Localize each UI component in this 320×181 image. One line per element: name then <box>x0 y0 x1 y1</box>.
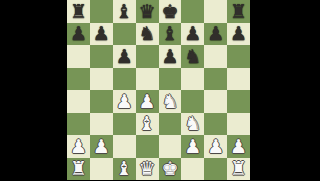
piece-white-bishop[interactable]: ♝ <box>139 114 156 133</box>
piece-white-pawn[interactable]: ♟ <box>207 136 224 155</box>
square-f8[interactable] <box>181 0 204 23</box>
square-h7[interactable]: ♟ <box>227 23 250 46</box>
square-b3[interactable] <box>90 113 113 136</box>
piece-black-bishop[interactable]: ♝ <box>161 24 178 43</box>
piece-white-bishop[interactable]: ♝ <box>116 159 133 178</box>
square-c7[interactable] <box>113 23 136 46</box>
square-f4[interactable] <box>181 90 204 113</box>
piece-white-pawn[interactable]: ♟ <box>93 136 110 155</box>
square-g4[interactable] <box>204 90 227 113</box>
square-e2[interactable] <box>159 135 182 158</box>
square-a5[interactable] <box>67 68 90 91</box>
square-b6[interactable] <box>90 45 113 68</box>
square-e7[interactable]: ♝ <box>159 23 182 46</box>
chess-app-canvas: ♜♝♛♚♜♟♟♞♝♟♟♟♟♟♞♟♟♞♝♞♟♟♟♟♟♜♝♛♚♜ <box>0 0 320 180</box>
piece-white-pawn[interactable]: ♟ <box>184 136 201 155</box>
square-a7[interactable]: ♟ <box>67 23 90 46</box>
square-d7[interactable]: ♞ <box>136 23 159 46</box>
square-h3[interactable] <box>227 113 250 136</box>
piece-black-pawn[interactable]: ♟ <box>93 24 110 43</box>
square-b4[interactable] <box>90 90 113 113</box>
piece-white-pawn[interactable]: ♟ <box>139 91 156 110</box>
piece-white-knight[interactable]: ♞ <box>161 91 178 110</box>
square-b2[interactable]: ♟ <box>90 135 113 158</box>
square-a8[interactable]: ♜ <box>67 0 90 23</box>
square-c6[interactable]: ♟ <box>113 45 136 68</box>
piece-white-pawn[interactable]: ♟ <box>70 136 87 155</box>
square-a6[interactable] <box>67 45 90 68</box>
square-h1[interactable]: ♜ <box>227 158 250 181</box>
square-d6[interactable] <box>136 45 159 68</box>
square-e3[interactable] <box>159 113 182 136</box>
piece-black-bishop[interactable]: ♝ <box>116 1 133 20</box>
square-d5[interactable] <box>136 68 159 91</box>
square-a1[interactable]: ♜ <box>67 158 90 181</box>
square-f7[interactable]: ♟ <box>181 23 204 46</box>
square-d8[interactable]: ♛ <box>136 0 159 23</box>
square-h8[interactable]: ♜ <box>227 0 250 23</box>
square-b1[interactable] <box>90 158 113 181</box>
square-c2[interactable] <box>113 135 136 158</box>
square-f1[interactable] <box>181 158 204 181</box>
square-h5[interactable] <box>227 68 250 91</box>
piece-white-rook[interactable]: ♜ <box>70 159 87 178</box>
square-e5[interactable] <box>159 68 182 91</box>
piece-white-king[interactable]: ♚ <box>161 159 178 178</box>
square-g6[interactable] <box>204 45 227 68</box>
piece-black-pawn[interactable]: ♟ <box>207 24 224 43</box>
letterbox-left <box>0 0 67 180</box>
square-c8[interactable]: ♝ <box>113 0 136 23</box>
piece-white-rook[interactable]: ♜ <box>230 159 247 178</box>
square-h6[interactable] <box>227 45 250 68</box>
square-f5[interactable] <box>181 68 204 91</box>
piece-black-queen[interactable]: ♛ <box>139 1 156 20</box>
square-e6[interactable]: ♟ <box>159 45 182 68</box>
piece-white-knight[interactable]: ♞ <box>184 114 201 133</box>
square-b5[interactable] <box>90 68 113 91</box>
square-a4[interactable] <box>67 90 90 113</box>
square-d1[interactable]: ♛ <box>136 158 159 181</box>
piece-black-pawn[interactable]: ♟ <box>161 46 178 65</box>
square-a2[interactable]: ♟ <box>67 135 90 158</box>
square-c4[interactable]: ♟ <box>113 90 136 113</box>
square-d3[interactable]: ♝ <box>136 113 159 136</box>
square-g2[interactable]: ♟ <box>204 135 227 158</box>
piece-white-pawn[interactable]: ♟ <box>116 91 133 110</box>
piece-black-rook[interactable]: ♜ <box>70 1 87 20</box>
square-c1[interactable]: ♝ <box>113 158 136 181</box>
piece-black-pawn[interactable]: ♟ <box>116 46 133 65</box>
piece-black-pawn[interactable]: ♟ <box>230 24 247 43</box>
piece-black-pawn[interactable]: ♟ <box>184 24 201 43</box>
piece-white-queen[interactable]: ♛ <box>139 159 156 178</box>
chess-board[interactable]: ♜♝♛♚♜♟♟♞♝♟♟♟♟♟♞♟♟♞♝♞♟♟♟♟♟♜♝♛♚♜ <box>67 0 250 180</box>
square-g5[interactable] <box>204 68 227 91</box>
square-g7[interactable]: ♟ <box>204 23 227 46</box>
square-g8[interactable] <box>204 0 227 23</box>
square-g3[interactable] <box>204 113 227 136</box>
square-b7[interactable]: ♟ <box>90 23 113 46</box>
square-e4[interactable]: ♞ <box>159 90 182 113</box>
square-h2[interactable]: ♟ <box>227 135 250 158</box>
square-a3[interactable] <box>67 113 90 136</box>
square-d4[interactable]: ♟ <box>136 90 159 113</box>
square-e8[interactable]: ♚ <box>159 0 182 23</box>
piece-white-pawn[interactable]: ♟ <box>230 136 247 155</box>
piece-black-knight[interactable]: ♞ <box>184 46 201 65</box>
square-g1[interactable] <box>204 158 227 181</box>
square-f3[interactable]: ♞ <box>181 113 204 136</box>
square-f2[interactable]: ♟ <box>181 135 204 158</box>
square-e1[interactable]: ♚ <box>159 158 182 181</box>
square-b8[interactable] <box>90 0 113 23</box>
letterbox-right <box>250 0 320 180</box>
piece-black-king[interactable]: ♚ <box>161 1 178 20</box>
square-c3[interactable] <box>113 113 136 136</box>
piece-black-pawn[interactable]: ♟ <box>70 24 87 43</box>
square-f6[interactable]: ♞ <box>181 45 204 68</box>
piece-black-rook[interactable]: ♜ <box>230 1 247 20</box>
square-h4[interactable] <box>227 90 250 113</box>
piece-black-knight[interactable]: ♞ <box>139 24 156 43</box>
square-d2[interactable] <box>136 135 159 158</box>
square-c5[interactable] <box>113 68 136 91</box>
